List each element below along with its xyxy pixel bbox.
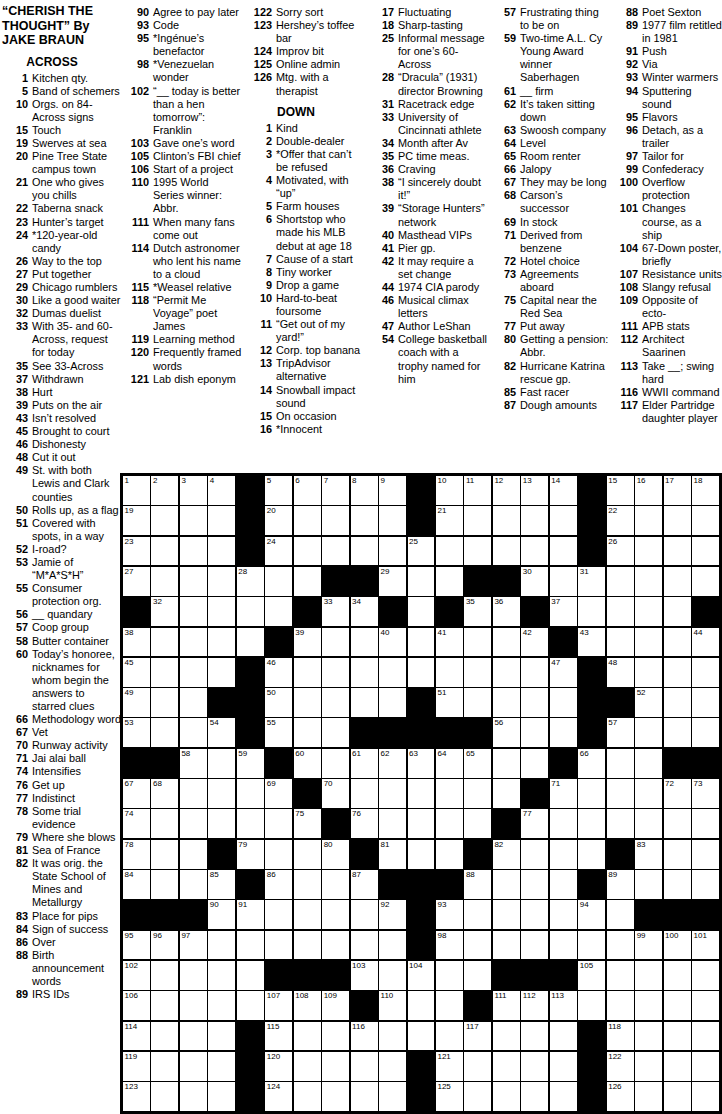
grid-cell[interactable] [635,537,662,566]
grid-cell[interactable] [464,1052,491,1081]
grid-cell[interactable] [379,1052,406,1081]
grid-cell[interactable] [180,688,207,717]
grid-cell[interactable] [550,809,577,838]
grid-cell[interactable] [408,1022,435,1051]
grid-cell[interactable]: 78 [123,840,150,869]
grid-cell[interactable]: 120 [265,1052,292,1081]
grid-cell[interactable]: 42 [521,628,548,657]
grid-cell[interactable] [493,779,520,808]
grid-cell[interactable] [265,597,292,626]
grid-cell[interactable] [151,961,178,990]
grid-cell[interactable]: 85 [208,870,235,899]
grid-cell[interactable]: 110 [379,991,406,1020]
grid-cell[interactable] [664,961,691,990]
grid-cell[interactable]: 123 [123,1082,150,1111]
grid-cell[interactable] [550,840,577,869]
grid-cell[interactable]: 115 [265,1022,292,1051]
grid-cell[interactable] [464,1082,491,1111]
grid-cell[interactable]: 39 [294,628,321,657]
grid-cell[interactable] [607,809,634,838]
grid-cell[interactable]: 16 [635,476,662,505]
grid-cell[interactable] [550,931,577,960]
grid-cell[interactable]: 86 [265,870,292,899]
grid-cell[interactable] [550,567,577,596]
grid-cell[interactable]: 17 [664,476,691,505]
grid-cell[interactable] [180,840,207,869]
grid-cell[interactable] [692,1052,719,1081]
grid-cell[interactable] [379,779,406,808]
grid-cell[interactable]: 47 [550,658,577,687]
grid-cell[interactable] [635,961,662,990]
grid-cell[interactable] [151,537,178,566]
grid-cell[interactable] [379,931,406,960]
grid-cell[interactable] [351,931,378,960]
grid-cell[interactable] [436,840,463,869]
grid-cell[interactable]: 92 [379,900,406,929]
grid-cell[interactable]: 80 [322,840,349,869]
grid-cell[interactable] [208,658,235,687]
grid-cell[interactable] [635,1052,662,1081]
grid-cell[interactable] [294,506,321,535]
grid-cell[interactable] [351,628,378,657]
grid-cell[interactable]: 103 [351,961,378,990]
grid-cell[interactable] [408,840,435,869]
grid-cell[interactable] [379,809,406,838]
grid-cell[interactable] [578,931,605,960]
grid-cell[interactable]: 109 [322,991,349,1020]
grid-cell[interactable] [436,961,463,990]
grid-cell[interactable] [692,537,719,566]
grid-cell[interactable] [351,1052,378,1081]
grid-cell[interactable]: 53 [123,718,150,747]
grid-cell[interactable] [550,718,577,747]
grid-cell[interactable]: 65 [464,749,491,778]
grid-cell[interactable]: 64 [436,749,463,778]
grid-cell[interactable] [322,749,349,778]
grid-cell[interactable] [436,537,463,566]
grid-cell[interactable]: 28 [237,567,264,596]
grid-cell[interactable] [493,628,520,657]
grid-cell[interactable] [692,567,719,596]
grid-cell[interactable]: 1 [123,476,150,505]
grid-cell[interactable] [379,537,406,566]
grid-cell[interactable] [578,779,605,808]
grid-cell[interactable] [379,961,406,990]
grid-cell[interactable] [635,567,662,596]
grid-cell[interactable] [464,537,491,566]
grid-cell[interactable] [237,809,264,838]
grid-cell[interactable]: 36 [493,597,520,626]
grid-cell[interactable]: 116 [351,1022,378,1051]
grid-cell[interactable] [493,506,520,535]
grid-cell[interactable]: 126 [607,1082,634,1111]
grid-cell[interactable]: 87 [351,870,378,899]
grid-cell[interactable]: 104 [408,961,435,990]
grid-cell[interactable]: 114 [123,1022,150,1051]
grid-cell[interactable]: 32 [151,597,178,626]
grid-cell[interactable] [607,779,634,808]
grid-cell[interactable]: 122 [607,1052,634,1081]
grid-cell[interactable] [635,628,662,657]
grid-cell[interactable] [692,809,719,838]
grid-cell[interactable] [464,779,491,808]
grid-cell[interactable]: 111 [493,991,520,1020]
grid-cell[interactable] [550,506,577,535]
grid-cell[interactable] [351,779,378,808]
grid-cell[interactable] [607,900,634,929]
grid-cell[interactable]: 66 [578,749,605,778]
grid-cell[interactable]: 106 [123,991,150,1020]
grid-cell[interactable]: 43 [578,628,605,657]
grid-cell[interactable] [351,658,378,687]
grid-cell[interactable] [379,1082,406,1111]
grid-cell[interactable]: 67 [123,779,150,808]
grid-cell[interactable]: 59 [237,749,264,778]
grid-cell[interactable] [578,991,605,1020]
grid-cell[interactable] [351,537,378,566]
grid-cell[interactable] [664,991,691,1020]
grid-cell[interactable] [322,658,349,687]
grid-cell[interactable]: 3 [180,476,207,505]
grid-cell[interactable]: 14 [550,476,577,505]
grid-cell[interactable]: 88 [464,870,491,899]
grid-cell[interactable] [493,1022,520,1051]
grid-cell[interactable]: 19 [123,506,150,535]
grid-cell[interactable] [208,1082,235,1111]
grid-cell[interactable] [635,658,662,687]
grid-cell[interactable]: 91 [237,900,264,929]
grid-cell[interactable]: 108 [294,991,321,1020]
grid-cell[interactable]: 15 [607,476,634,505]
grid-cell[interactable] [265,840,292,869]
grid-cell[interactable] [294,870,321,899]
grid-cell[interactable] [208,931,235,960]
grid-cell[interactable] [379,688,406,717]
grid-cell[interactable] [294,1022,321,1051]
grid-cell[interactable] [379,658,406,687]
grid-cell[interactable] [294,1052,321,1081]
grid-cell[interactable] [294,567,321,596]
grid-cell[interactable] [550,688,577,717]
grid-cell[interactable] [578,809,605,838]
grid-cell[interactable] [436,567,463,596]
grid-cell[interactable]: 61 [351,749,378,778]
grid-cell[interactable]: 23 [123,537,150,566]
grid-cell[interactable] [635,597,662,626]
grid-cell[interactable] [550,1082,577,1111]
grid-cell[interactable] [294,931,321,960]
grid-cell[interactable] [322,870,349,899]
grid-cell[interactable] [351,900,378,929]
grid-cell[interactable]: 70 [322,779,349,808]
grid-cell[interactable]: 124 [265,1082,292,1111]
grid-cell[interactable]: 60 [294,749,321,778]
grid-cell[interactable]: 9 [379,476,406,505]
grid-cell[interactable] [664,628,691,657]
grid-cell[interactable]: 18 [692,476,719,505]
grid-cell[interactable] [322,506,349,535]
grid-cell[interactable] [180,961,207,990]
grid-cell[interactable] [578,597,605,626]
grid-cell[interactable] [550,537,577,566]
grid-cell[interactable] [550,870,577,899]
grid-cell[interactable] [635,718,662,747]
grid-cell[interactable] [464,628,491,657]
grid-cell[interactable] [692,718,719,747]
grid-cell[interactable] [408,567,435,596]
grid-cell[interactable] [635,506,662,535]
grid-cell[interactable] [265,931,292,960]
grid-cell[interactable] [151,688,178,717]
grid-cell[interactable] [180,628,207,657]
grid-cell[interactable] [436,809,463,838]
grid-cell[interactable] [294,658,321,687]
grid-cell[interactable]: 25 [408,537,435,566]
grid-cell[interactable] [351,688,378,717]
grid-cell[interactable]: 101 [692,931,719,960]
grid-cell[interactable] [464,688,491,717]
grid-cell[interactable] [151,870,178,899]
grid-cell[interactable] [237,597,264,626]
grid-cell[interactable]: 6 [294,476,321,505]
grid-cell[interactable] [664,809,691,838]
grid-cell[interactable] [521,1052,548,1081]
grid-cell[interactable] [607,567,634,596]
grid-cell[interactable]: 22 [607,506,634,535]
grid-cell[interactable]: 118 [607,1022,634,1051]
grid-cell[interactable]: 2 [151,476,178,505]
grid-cell[interactable] [322,900,349,929]
grid-cell[interactable] [521,688,548,717]
grid-cell[interactable]: 69 [265,779,292,808]
grid-cell[interactable]: 45 [123,658,150,687]
grid-cell[interactable] [151,991,178,1020]
grid-cell[interactable] [180,658,207,687]
grid-cell[interactable] [664,658,691,687]
grid-cell[interactable]: 97 [180,931,207,960]
grid-cell[interactable] [294,1082,321,1111]
grid-cell[interactable] [208,506,235,535]
grid-cell[interactable] [180,870,207,899]
grid-cell[interactable] [692,840,719,869]
grid-cell[interactable]: 11 [464,476,491,505]
grid-cell[interactable]: 21 [436,506,463,535]
grid-cell[interactable] [180,991,207,1020]
grid-cell[interactable]: 63 [408,749,435,778]
grid-cell[interactable] [464,961,491,990]
grid-cell[interactable] [322,718,349,747]
grid-cell[interactable] [322,931,349,960]
grid-cell[interactable] [294,718,321,747]
grid-cell[interactable] [180,1022,207,1051]
grid-cell[interactable]: 99 [635,931,662,960]
grid-cell[interactable]: 7 [322,476,349,505]
grid-cell[interactable]: 113 [550,991,577,1020]
grid-cell[interactable] [351,1082,378,1111]
grid-cell[interactable] [493,900,520,929]
grid-cell[interactable]: 75 [294,809,321,838]
grid-cell[interactable] [237,991,264,1020]
grid-cell[interactable] [294,840,321,869]
grid-cell[interactable]: 121 [436,1052,463,1081]
grid-cell[interactable] [493,658,520,687]
grid-cell[interactable] [151,506,178,535]
grid-cell[interactable]: 8 [351,476,378,505]
grid-cell[interactable] [208,961,235,990]
grid-cell[interactable] [208,1022,235,1051]
grid-cell[interactable] [237,961,264,990]
grid-cell[interactable] [521,931,548,960]
grid-cell[interactable] [607,749,634,778]
grid-cell[interactable] [692,991,719,1020]
grid-cell[interactable] [664,870,691,899]
grid-cell[interactable]: 44 [692,628,719,657]
grid-cell[interactable]: 29 [379,567,406,596]
grid-cell[interactable] [322,1022,349,1051]
grid-cell[interactable]: 26 [607,537,634,566]
grid-cell[interactable] [692,870,719,899]
grid-cell[interactable] [151,1022,178,1051]
grid-cell[interactable] [151,628,178,657]
grid-cell[interactable] [521,718,548,747]
grid-cell[interactable] [180,1082,207,1111]
grid-cell[interactable]: 73 [692,779,719,808]
grid-cell[interactable]: 93 [436,900,463,929]
grid-cell[interactable]: 52 [635,688,662,717]
grid-cell[interactable] [664,718,691,747]
grid-cell[interactable]: 56 [493,718,520,747]
grid-cell[interactable] [436,658,463,687]
grid-cell[interactable] [180,779,207,808]
grid-cell[interactable] [151,1052,178,1081]
grid-cell[interactable]: 55 [265,718,292,747]
grid-cell[interactable] [408,809,435,838]
grid-cell[interactable]: 10 [436,476,463,505]
grid-cell[interactable] [521,840,548,869]
grid-cell[interactable] [180,809,207,838]
grid-cell[interactable] [237,628,264,657]
grid-cell[interactable] [408,991,435,1020]
grid-cell[interactable]: 37 [550,597,577,626]
grid-cell[interactable] [493,1082,520,1111]
grid-cell[interactable] [208,597,235,626]
grid-cell[interactable]: 4 [208,476,235,505]
grid-cell[interactable] [180,718,207,747]
grid-cell[interactable] [635,1022,662,1051]
grid-cell[interactable] [408,779,435,808]
grid-cell[interactable] [521,506,548,535]
grid-cell[interactable]: 83 [635,840,662,869]
grid-cell[interactable] [464,809,491,838]
grid-cell[interactable] [664,1022,691,1051]
grid-cell[interactable]: 81 [379,840,406,869]
grid-cell[interactable] [208,749,235,778]
grid-cell[interactable] [550,1052,577,1081]
grid-cell[interactable] [436,1022,463,1051]
grid-cell[interactable]: 12 [493,476,520,505]
grid-cell[interactable]: 84 [123,870,150,899]
grid-cell[interactable] [635,749,662,778]
grid-cell[interactable] [322,688,349,717]
grid-cell[interactable]: 95 [123,931,150,960]
grid-cell[interactable]: 58 [180,749,207,778]
grid-cell[interactable] [493,1052,520,1081]
grid-cell[interactable] [151,809,178,838]
grid-cell[interactable] [180,506,207,535]
grid-cell[interactable] [265,809,292,838]
grid-cell[interactable]: 51 [436,688,463,717]
grid-cell[interactable] [521,537,548,566]
grid-cell[interactable] [664,567,691,596]
grid-cell[interactable] [521,1022,548,1051]
grid-cell[interactable]: 49 [123,688,150,717]
grid-cell[interactable] [208,567,235,596]
grid-cell[interactable]: 119 [123,1052,150,1081]
grid-cell[interactable] [692,1022,719,1051]
grid-cell[interactable] [237,779,264,808]
grid-cell[interactable]: 54 [208,718,235,747]
grid-cell[interactable] [635,779,662,808]
grid-cell[interactable]: 71 [550,779,577,808]
grid-cell[interactable]: 100 [664,931,691,960]
grid-cell[interactable]: 5 [265,476,292,505]
grid-cell[interactable] [521,870,548,899]
grid-cell[interactable] [265,900,292,929]
grid-cell[interactable]: 24 [265,537,292,566]
grid-cell[interactable]: 68 [151,779,178,808]
grid-cell[interactable] [692,658,719,687]
grid-cell[interactable] [237,931,264,960]
grid-cell[interactable]: 79 [237,840,264,869]
grid-cell[interactable] [265,567,292,596]
grid-cell[interactable]: 38 [123,628,150,657]
grid-cell[interactable] [607,961,634,990]
grid-cell[interactable] [521,1082,548,1111]
grid-cell[interactable] [550,1022,577,1051]
grid-cell[interactable]: 117 [464,1022,491,1051]
grid-cell[interactable]: 125 [436,1082,463,1111]
grid-cell[interactable]: 48 [607,658,634,687]
grid-cell[interactable]: 77 [521,809,548,838]
grid-cell[interactable]: 107 [265,991,292,1020]
grid-cell[interactable] [464,506,491,535]
grid-cell[interactable] [493,870,520,899]
grid-cell[interactable]: 90 [208,900,235,929]
grid-cell[interactable] [607,931,634,960]
grid-cell[interactable] [294,688,321,717]
grid-cell[interactable] [208,779,235,808]
grid-cell[interactable]: 46 [265,658,292,687]
grid-cell[interactable] [607,597,634,626]
grid-cell[interactable] [521,749,548,778]
grid-cell[interactable] [664,1052,691,1081]
grid-cell[interactable] [408,597,435,626]
grid-cell[interactable]: 35 [464,597,491,626]
grid-cell[interactable]: 74 [123,809,150,838]
grid-cell[interactable]: 31 [578,567,605,596]
grid-cell[interactable] [322,537,349,566]
grid-cell[interactable] [578,840,605,869]
grid-cell[interactable] [322,628,349,657]
grid-cell[interactable] [692,1082,719,1111]
grid-cell[interactable] [464,931,491,960]
grid-cell[interactable]: 33 [322,597,349,626]
grid-cell[interactable]: 40 [379,628,406,657]
grid-cell[interactable] [464,900,491,929]
grid-cell[interactable] [208,991,235,1020]
grid-cell[interactable] [493,537,520,566]
grid-cell[interactable] [208,809,235,838]
